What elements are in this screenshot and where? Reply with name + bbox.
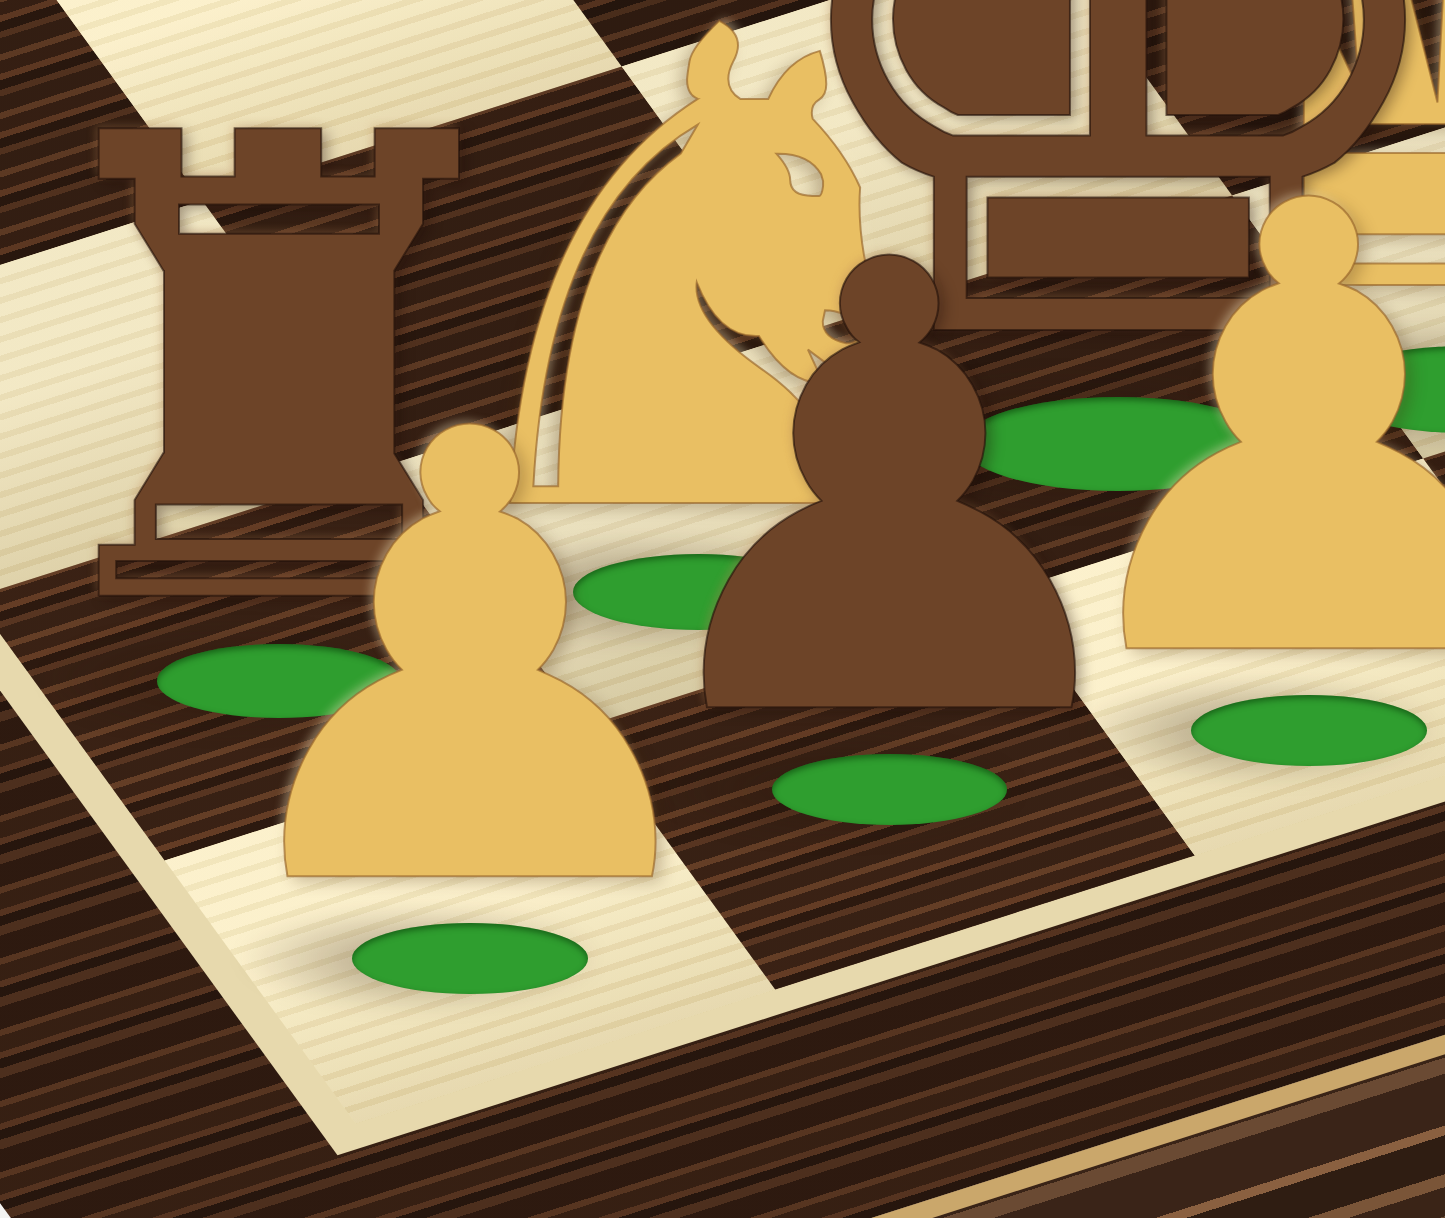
photo-frame: ♟♟♟♜♞♚♛ <box>0 0 1445 1218</box>
